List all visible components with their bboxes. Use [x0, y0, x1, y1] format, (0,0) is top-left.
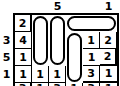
- cell-r2c3[interactable]: 1: [32, 66, 49, 83]
- cell-r1c1[interactable]: 2: [15, 15, 32, 32]
- top-clue-col3: 5: [49, 0, 66, 12]
- cell-r3c6[interactable]: 1: [100, 83, 117, 86]
- cell-r1c5[interactable]: 1: [15, 49, 32, 66]
- cell-r1c4[interactable]: 2: [100, 32, 117, 49]
- cell-r3c4[interactable]: 1: [66, 83, 83, 86]
- cell-r1c6[interactable]: 1: [83, 49, 100, 66]
- cell-r3c2[interactable]: 1: [32, 83, 49, 86]
- oval-ring-1: [33, 16, 48, 65]
- oval-ring-2: [50, 16, 65, 65]
- cell-r1c2[interactable]: 4: [15, 32, 32, 49]
- puzzle-stage: 5 1 3 5 1 241211211131313131311122: [0, 0, 120, 86]
- oval-ring-3: [67, 16, 116, 31]
- cell-r3c3[interactable]: 3: [49, 83, 66, 86]
- cell-r2c2[interactable]: 1: [15, 66, 32, 83]
- cell-r2c6[interactable]: 1: [100, 66, 117, 83]
- top-clue-col6: 1: [100, 0, 117, 12]
- cell-r2c1[interactable]: 2: [100, 49, 117, 66]
- cell-r3c1[interactable]: 3: [15, 83, 32, 86]
- board: 241211211131313131311122: [13, 13, 119, 86]
- left-clue-row4: 1: [0, 66, 13, 83]
- cell-r1c3[interactable]: 1: [83, 32, 100, 49]
- oval-ring-4: [67, 33, 82, 82]
- cell-r2c4[interactable]: 1: [49, 66, 66, 83]
- left-clue-row3: 5: [0, 49, 13, 66]
- cell-r2c5[interactable]: 3: [83, 66, 100, 83]
- left-clue-row2: 3: [0, 32, 13, 49]
- cell-r3c5[interactable]: 3: [83, 83, 100, 86]
